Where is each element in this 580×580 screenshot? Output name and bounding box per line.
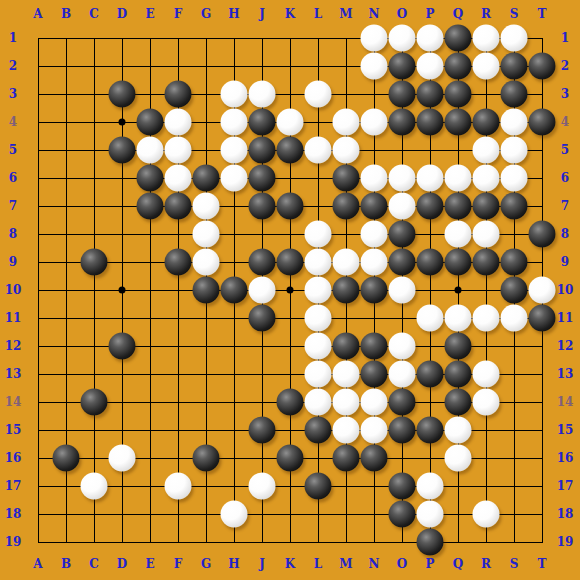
black-stone-K16 [277,445,304,472]
row-label-right-8: 8 [561,228,569,240]
row-label-left-9: 9 [9,256,17,268]
black-stone-S9 [501,249,528,276]
black-stone-Q4 [445,109,472,136]
black-stone-D3 [109,81,136,108]
black-stone-C9 [81,249,108,276]
col-label-bottom-L: L [314,558,322,570]
black-stone-H10 [221,277,248,304]
row-label-left-15: 15 [5,424,22,436]
black-stone-O14 [389,389,416,416]
white-stone-H6 [221,165,248,192]
col-label-bottom-H: H [228,558,239,570]
col-label-bottom-F: F [174,558,183,570]
white-stone-P2 [417,53,444,80]
black-stone-F3 [165,81,192,108]
black-stone-B16 [53,445,80,472]
col-label-bottom-C: C [89,558,99,570]
white-stone-M5 [333,137,360,164]
black-stone-J11 [249,305,276,332]
row-label-left-2: 2 [9,60,17,72]
white-stone-P1 [417,25,444,52]
col-label-top-S: S [510,8,519,20]
star-point-K10 [287,287,294,294]
black-stone-O17 [389,473,416,500]
row-label-right-11: 11 [557,312,574,324]
black-stone-O8 [389,221,416,248]
black-stone-Q1 [445,25,472,52]
white-stone-Q8 [445,221,472,248]
black-stone-T11 [529,305,556,332]
black-stone-F9 [165,249,192,276]
row-label-right-16: 16 [557,452,574,464]
black-stone-P9 [417,249,444,276]
col-label-top-T: T [538,8,547,20]
white-stone-P6 [417,165,444,192]
black-stone-J5 [249,137,276,164]
col-label-bottom-B: B [61,558,71,570]
row-label-left-19: 19 [5,536,22,548]
white-stone-Q16 [445,445,472,472]
row-label-right-6: 6 [561,172,569,184]
white-stone-D16 [109,445,136,472]
black-stone-Q12 [445,333,472,360]
black-stone-G10 [193,277,220,304]
star-point-Q10 [455,287,462,294]
white-stone-Q15 [445,417,472,444]
col-label-top-C: C [89,8,99,20]
black-stone-K7 [277,193,304,220]
black-stone-O3 [389,81,416,108]
white-stone-M15 [333,417,360,444]
col-label-bottom-D: D [117,558,127,570]
white-stone-L3 [305,81,332,108]
black-stone-P7 [417,193,444,220]
col-label-bottom-J: J [259,558,265,570]
col-label-top-P: P [425,8,434,20]
black-stone-E4 [137,109,164,136]
white-stone-S11 [501,305,528,332]
col-label-bottom-P: P [425,558,434,570]
white-stone-G9 [193,249,220,276]
white-stone-M4 [333,109,360,136]
row-label-right-2: 2 [561,60,569,72]
row-label-left-3: 3 [9,88,17,100]
black-stone-M16 [333,445,360,472]
row-label-left-10: 10 [5,284,22,296]
black-stone-F7 [165,193,192,220]
black-stone-Q2 [445,53,472,80]
white-stone-K4 [277,109,304,136]
row-label-right-17: 17 [557,480,574,492]
row-label-right-4: 4 [561,116,569,128]
black-stone-K9 [277,249,304,276]
black-stone-R7 [473,193,500,220]
white-stone-L12 [305,333,332,360]
black-stone-P19 [417,529,444,556]
white-stone-P11 [417,305,444,332]
col-label-top-J: J [259,8,265,20]
white-stone-S4 [501,109,528,136]
black-stone-Q13 [445,361,472,388]
row-label-right-1: 1 [561,32,569,44]
white-stone-H4 [221,109,248,136]
white-stone-R13 [473,361,500,388]
col-label-top-K: K [285,8,295,20]
black-stone-O2 [389,53,416,80]
col-label-top-Q: Q [453,8,463,20]
black-stone-C14 [81,389,108,416]
black-stone-G6 [193,165,220,192]
row-label-right-12: 12 [557,340,574,352]
col-label-bottom-G: G [201,558,211,570]
black-stone-J4 [249,109,276,136]
row-label-left-4: 4 [9,116,17,128]
row-label-left-6: 6 [9,172,17,184]
white-stone-N14 [361,389,388,416]
row-label-left-11: 11 [5,312,22,324]
black-stone-L15 [305,417,332,444]
black-stone-M6 [333,165,360,192]
white-stone-L14 [305,389,332,416]
white-stone-L9 [305,249,332,276]
white-stone-R5 [473,137,500,164]
black-stone-J6 [249,165,276,192]
black-stone-G16 [193,445,220,472]
white-stone-N8 [361,221,388,248]
white-stone-C17 [81,473,108,500]
white-stone-O10 [389,277,416,304]
col-label-top-H: H [228,8,239,20]
star-point-D4 [119,119,126,126]
black-stone-Q9 [445,249,472,276]
row-label-left-12: 12 [5,340,22,352]
white-stone-F4 [165,109,192,136]
white-stone-M13 [333,361,360,388]
row-label-left-5: 5 [9,144,17,156]
white-stone-R2 [473,53,500,80]
col-label-bottom-E: E [145,558,154,570]
white-stone-R14 [473,389,500,416]
black-stone-N7 [361,193,388,220]
white-stone-L5 [305,137,332,164]
white-stone-R1 [473,25,500,52]
white-stone-S1 [501,25,528,52]
white-stone-S6 [501,165,528,192]
white-stone-F17 [165,473,192,500]
col-label-top-G: G [201,8,211,20]
black-stone-D5 [109,137,136,164]
black-stone-Q14 [445,389,472,416]
white-stone-R6 [473,165,500,192]
black-stone-J15 [249,417,276,444]
row-label-left-14: 14 [5,396,22,408]
white-stone-N15 [361,417,388,444]
black-stone-P4 [417,109,444,136]
white-stone-N6 [361,165,388,192]
row-label-right-5: 5 [561,144,569,156]
black-stone-S3 [501,81,528,108]
black-stone-M12 [333,333,360,360]
col-label-bottom-S: S [510,558,519,570]
white-stone-M9 [333,249,360,276]
row-label-left-1: 1 [9,32,17,44]
col-label-bottom-A: A [33,558,42,570]
row-label-right-9: 9 [561,256,569,268]
white-stone-H5 [221,137,248,164]
row-label-left-17: 17 [5,480,22,492]
white-stone-O6 [389,165,416,192]
white-stone-L10 [305,277,332,304]
col-label-top-B: B [61,8,71,20]
black-stone-S10 [501,277,528,304]
white-stone-M14 [333,389,360,416]
col-label-bottom-M: M [339,558,352,570]
col-label-bottom-O: O [397,558,407,570]
white-stone-J3 [249,81,276,108]
white-stone-O12 [389,333,416,360]
white-stone-F6 [165,165,192,192]
black-stone-O15 [389,417,416,444]
white-stone-Q11 [445,305,472,332]
white-stone-P17 [417,473,444,500]
black-stone-P13 [417,361,444,388]
row-label-left-18: 18 [5,508,22,520]
white-stone-L11 [305,305,332,332]
black-stone-M10 [333,277,360,304]
row-label-right-19: 19 [557,536,574,548]
black-stone-N12 [361,333,388,360]
col-label-top-N: N [369,8,380,20]
white-stone-O1 [389,25,416,52]
white-stone-S5 [501,137,528,164]
white-stone-O7 [389,193,416,220]
black-stone-N10 [361,277,388,304]
row-label-right-15: 15 [557,424,574,436]
row-label-left-16: 16 [5,452,22,464]
col-label-bottom-Q: Q [453,558,463,570]
black-stone-J7 [249,193,276,220]
white-stone-N4 [361,109,388,136]
black-stone-D12 [109,333,136,360]
black-stone-J9 [249,249,276,276]
black-stone-E6 [137,165,164,192]
black-stone-S2 [501,53,528,80]
black-stone-N16 [361,445,388,472]
white-stone-F5 [165,137,192,164]
white-stone-E5 [137,137,164,164]
white-stone-O13 [389,361,416,388]
white-stone-N2 [361,53,388,80]
black-stone-S7 [501,193,528,220]
black-stone-O9 [389,249,416,276]
white-stone-N1 [361,25,388,52]
black-stone-K14 [277,389,304,416]
col-label-bottom-N: N [369,558,380,570]
white-stone-T10 [529,277,556,304]
black-stone-Q7 [445,193,472,220]
black-stone-T4 [529,109,556,136]
white-stone-H18 [221,501,248,528]
white-stone-L8 [305,221,332,248]
go-board[interactable]: AABBCCDDEEFFGGHHJJKKLLMMNNOOPPQQRRSSTT11… [0,0,580,580]
col-label-top-O: O [397,8,407,20]
black-stone-N13 [361,361,388,388]
row-label-left-13: 13 [5,368,22,380]
white-stone-R11 [473,305,500,332]
row-label-right-7: 7 [561,200,569,212]
white-stone-R18 [473,501,500,528]
black-stone-R9 [473,249,500,276]
col-label-top-E: E [145,8,154,20]
white-stone-Q6 [445,165,472,192]
row-label-left-8: 8 [9,228,17,240]
col-label-top-A: A [33,8,42,20]
col-label-top-M: M [339,8,352,20]
white-stone-N9 [361,249,388,276]
row-label-left-7: 7 [9,200,17,212]
black-stone-T8 [529,221,556,248]
black-stone-Q3 [445,81,472,108]
col-label-bottom-R: R [481,558,491,570]
row-label-right-13: 13 [557,368,574,380]
col-label-bottom-K: K [285,558,295,570]
white-stone-G8 [193,221,220,248]
row-label-right-3: 3 [561,88,569,100]
row-label-right-14: 14 [557,396,574,408]
col-label-top-F: F [174,8,183,20]
black-stone-M7 [333,193,360,220]
white-stone-P18 [417,501,444,528]
black-stone-L17 [305,473,332,500]
white-stone-G7 [193,193,220,220]
white-stone-J17 [249,473,276,500]
white-stone-H3 [221,81,248,108]
black-stone-E7 [137,193,164,220]
black-stone-T2 [529,53,556,80]
black-stone-O4 [389,109,416,136]
black-stone-R4 [473,109,500,136]
row-label-right-18: 18 [557,508,574,520]
col-label-top-D: D [117,8,127,20]
black-stone-K5 [277,137,304,164]
col-label-top-L: L [314,8,322,20]
star-point-D10 [119,287,126,294]
black-stone-P3 [417,81,444,108]
white-stone-J10 [249,277,276,304]
black-stone-O18 [389,501,416,528]
row-label-right-10: 10 [557,284,574,296]
col-label-top-R: R [481,8,491,20]
col-label-bottom-T: T [538,558,547,570]
white-stone-R8 [473,221,500,248]
black-stone-P15 [417,417,444,444]
white-stone-L13 [305,361,332,388]
